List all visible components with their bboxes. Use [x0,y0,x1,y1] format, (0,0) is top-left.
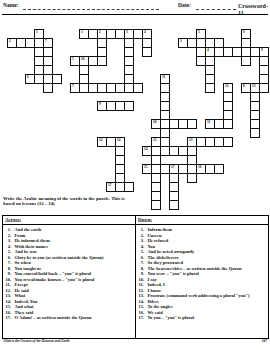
grid-cell[interactable] [43,83,53,93]
clue-number: 4 [144,30,146,34]
grid-cell[interactable] [259,83,269,93]
clue-number: 16 [198,165,202,169]
clue-number: 9 [261,48,263,52]
clue-number: 2 [9,39,11,43]
grid-cell[interactable] [169,200,179,210]
clue-number: 4 [207,48,209,52]
down-column: Down: 1.Inform them2.Unseen3.He refused4… [136,216,268,338]
clue-number: 13 [189,138,193,142]
clue-number: 2 [99,30,101,34]
clue-number: 11 [207,120,210,124]
clue-number: 13 [252,84,256,88]
grid-cell[interactable] [124,182,134,192]
across-column: Across: 1.And the earth2.From3.He inform… [3,216,136,338]
grid-cell[interactable] [187,119,197,129]
clue-number: 8 [243,84,245,88]
clue-number: 1 [81,30,83,34]
clue-number: 7 [45,39,47,43]
clue-number: 15 [144,165,148,169]
clue-item-text: O Adam! – as written outside the Quran [11,315,135,321]
clue-box: Across: 1.And the earth2.From3.He inform… [2,215,269,339]
clue-number: 9 [99,102,101,106]
grid-cell[interactable] [250,128,260,138]
grid-cell[interactable] [205,83,215,93]
down-header: Down: [136,216,268,223]
grid-cell[interactable] [223,137,233,147]
instructions-text: Write the Arabic meaning of the words in… [3,196,127,206]
clue-number: 5 [72,57,74,61]
clue-number: 11 [162,75,165,79]
grid-cell[interactable] [214,164,224,174]
across-clue-list: 1.And the earth2.From3.He informed them4… [3,227,135,321]
clue-number: 12 [225,84,229,88]
grid-cell[interactable] [151,200,161,210]
clue-number: 3 [126,30,128,34]
clue-number: 3 [180,39,182,43]
clue-number: 14 [117,138,121,142]
clue-number: 14 [144,147,148,151]
grid-cell[interactable] [241,56,251,66]
grid-cell[interactable] [52,74,62,84]
clue-number: 10 [81,57,85,61]
clue-item: 17.O Adam! – as written outside the Qura… [3,315,135,321]
down-clue-list: 1.Inform them2.Unseen3.He refused4.You5.… [136,227,268,321]
grid-cell[interactable] [133,83,143,93]
instructions: Write the Arabic meaning of the words in… [3,196,127,215]
clue-item: 17.To you – "you" is plural [136,315,268,321]
footer-credit: Allah is the Creator of the Heavens and … [3,339,70,343]
clue-item-number: 17. [3,315,11,321]
grid-cell[interactable] [97,56,107,66]
grid-cell[interactable] [124,101,134,111]
clue-number: 5 [198,30,200,34]
clue-number: 17 [171,165,175,169]
grid-cell[interactable] [142,47,152,57]
page-number: 107 [262,339,267,343]
clue-number: 12 [99,138,103,142]
clue-number: 6 [27,75,29,79]
clue-number: 17 [108,183,112,187]
crossword-grid: 1123456273495106117128139101112141513141… [0,0,270,215]
grid-cell[interactable] [223,119,233,129]
grid-cell[interactable] [187,173,197,183]
clue-number: 7 [72,84,74,88]
across-header: Across: [3,216,135,223]
clue-number: 15 [153,138,157,142]
clue-item-number: 17. [136,315,144,321]
clue-number: 10 [153,120,157,124]
clue-item-text: To you – "you" is plural [144,315,268,321]
footer: Allah is the Creator of the Heavens and … [3,339,267,349]
clue-number: 6 [243,30,245,34]
clue-number: 1 [36,30,38,34]
worksheet-page: Name: Date: Crossword-11 112345627349510… [0,0,270,350]
